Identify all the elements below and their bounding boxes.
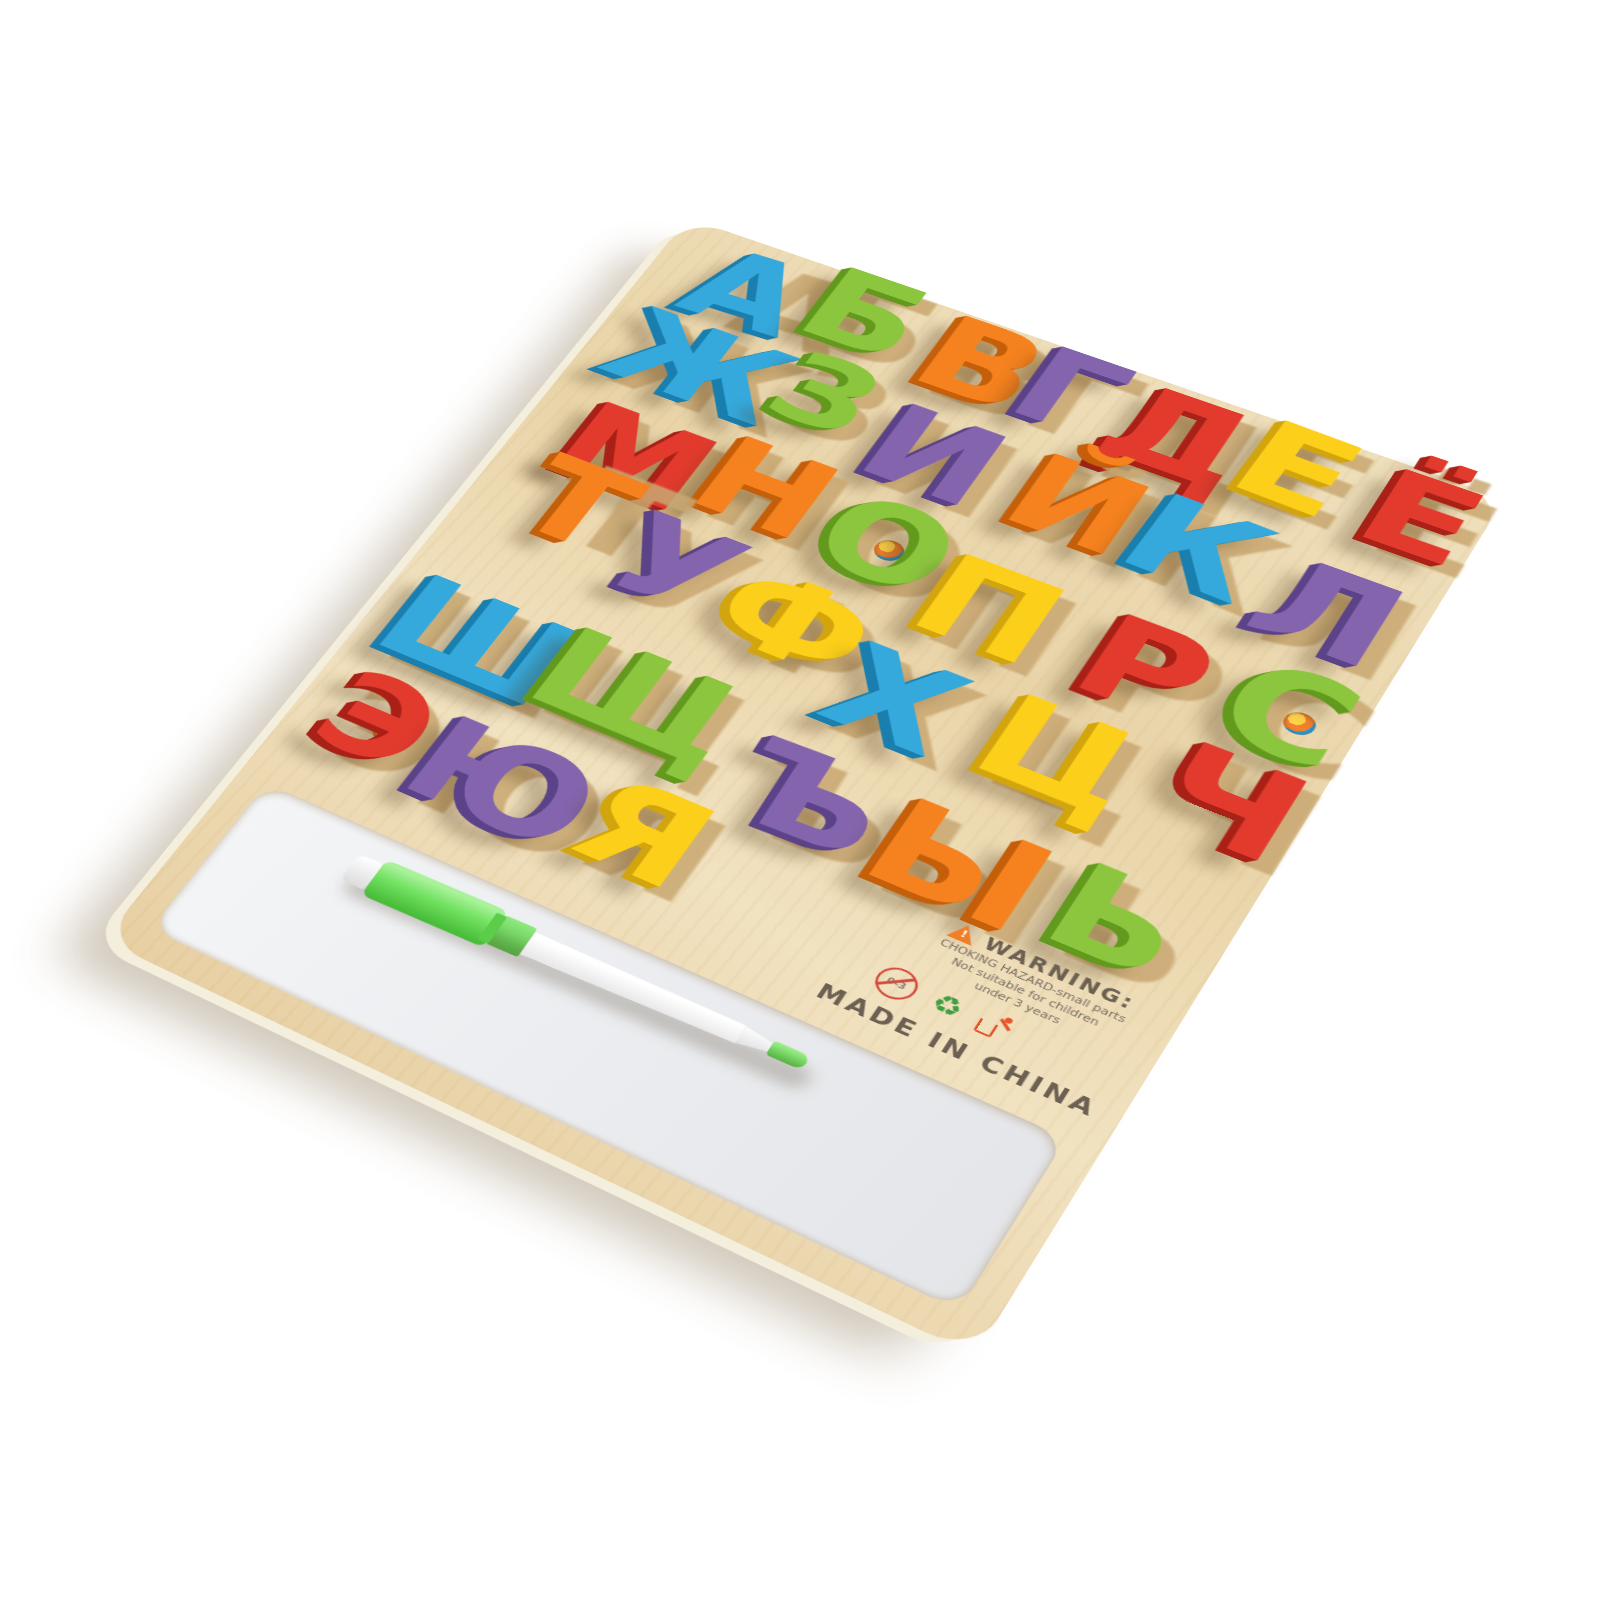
letter-pieces-layer: ААББВВГГДДЕЕЁЁЖЖЗЗИИЙЙККЛЛММННООППРРССТТ… xyxy=(688,218,1505,498)
age-0-3-prohibited-icon: 0-3 xyxy=(868,961,925,1005)
recycling-icon: ♻ xyxy=(927,988,969,1022)
product-photo-stage: ААББВВГГДДЕЕЁЁЖЖЗЗИИЙЙККЛЛММННООППРРССТТ… xyxy=(0,0,1600,1600)
tidyman-litter-icon xyxy=(973,1008,1017,1043)
board-plane: ААББВВГГДДЕЕЁЁЖЖЗЗИИЙЙККЛЛММННООППРРССТТ… xyxy=(103,218,1505,1356)
